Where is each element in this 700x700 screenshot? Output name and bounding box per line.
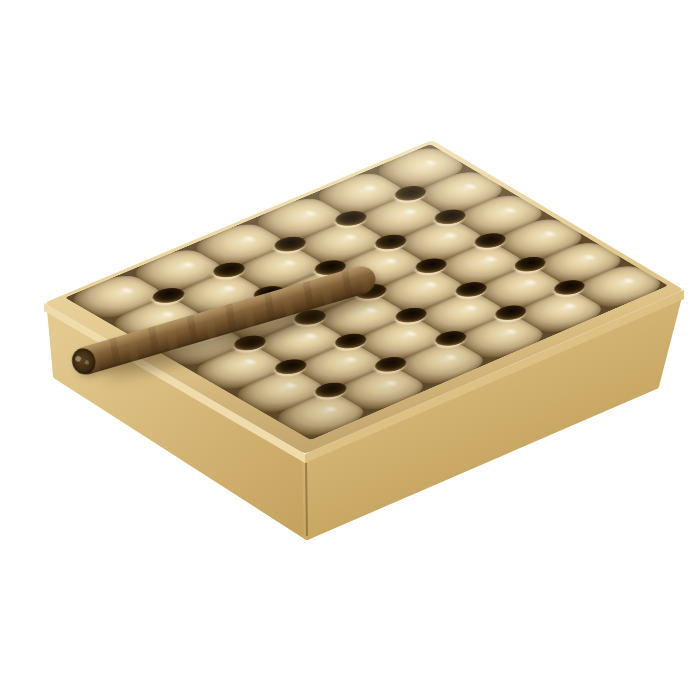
base-corner-crease [306, 463, 307, 536]
product-photo [0, 0, 700, 700]
